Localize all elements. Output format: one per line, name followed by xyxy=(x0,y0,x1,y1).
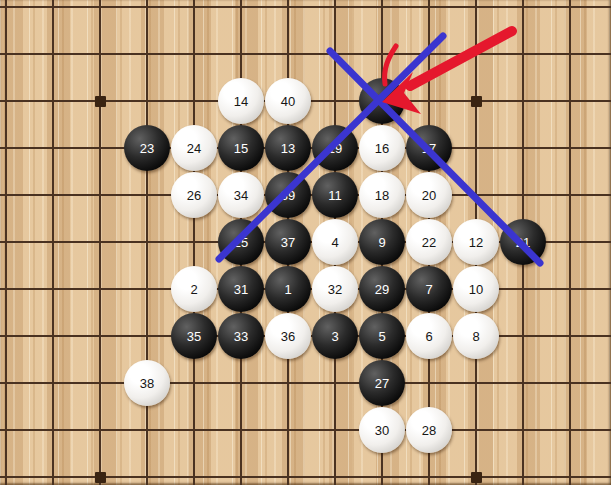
stone-move-number: 37 xyxy=(281,236,295,249)
stone-black-7[interactable]: 7 xyxy=(406,266,452,312)
stone-black-3[interactable]: 3 xyxy=(312,313,358,359)
stone-move-number: 36 xyxy=(281,330,295,343)
stone-move-number: 12 xyxy=(469,236,483,249)
stone-move-number: 27 xyxy=(375,377,389,390)
stone-black-21[interactable]: 21 xyxy=(500,219,546,265)
stone-white-14[interactable]: 14 xyxy=(218,78,264,124)
stone-move-number: 15 xyxy=(234,142,248,155)
gomoku-board[interactable]: 1440232415131916172634391118202537492212… xyxy=(0,0,611,485)
stone-white-36[interactable]: 36 xyxy=(265,313,311,359)
stone-move-number: 33 xyxy=(234,330,248,343)
stone-move-number: 6 xyxy=(425,330,432,343)
stone-move-number: 30 xyxy=(375,424,389,437)
stone-white-30[interactable]: 30 xyxy=(359,407,405,453)
stone-white-6[interactable]: 6 xyxy=(406,313,452,359)
stone-move-number: 32 xyxy=(328,283,342,296)
stone-move-number: 2 xyxy=(190,283,197,296)
stone-black-15[interactable]: 15 xyxy=(218,125,264,171)
stone-move-number: 9 xyxy=(378,236,385,249)
stone-white-4[interactable]: 4 xyxy=(312,219,358,265)
stone-move-number: 16 xyxy=(375,142,389,155)
stone-white-32[interactable]: 32 xyxy=(312,266,358,312)
stone-move-number: 24 xyxy=(187,142,201,155)
stone-white-18[interactable]: 18 xyxy=(359,172,405,218)
stone-move-number: 34 xyxy=(234,189,248,202)
stone-black-33[interactable]: 33 xyxy=(218,313,264,359)
stone-move-number: 40 xyxy=(281,95,295,108)
stone-white-34[interactable]: 34 xyxy=(218,172,264,218)
stone-black-27[interactable]: 27 xyxy=(359,360,405,406)
stone-move-number: 31 xyxy=(234,283,248,296)
stone-black-5[interactable]: 5 xyxy=(359,313,405,359)
stone-white-28[interactable]: 28 xyxy=(406,407,452,453)
stone-move-number: 1 xyxy=(284,283,291,296)
grid-hline xyxy=(0,429,611,431)
stone-black-35[interactable]: 35 xyxy=(171,313,217,359)
grid-hline xyxy=(0,6,611,8)
stone-white-20[interactable]: 20 xyxy=(406,172,452,218)
stone-move-number: 38 xyxy=(140,377,154,390)
stone-white-24[interactable]: 24 xyxy=(171,125,217,171)
grid-hline xyxy=(0,476,611,478)
stone-move-number: 13 xyxy=(281,142,295,155)
stone-white-12[interactable]: 12 xyxy=(453,219,499,265)
stone-black-unnumbered[interactable] xyxy=(359,78,405,124)
grid-hline xyxy=(0,382,611,384)
star-point xyxy=(95,472,106,483)
stone-black-31[interactable]: 31 xyxy=(218,266,264,312)
stone-white-26[interactable]: 26 xyxy=(171,172,217,218)
grid-hline xyxy=(0,53,611,55)
stone-move-number: 25 xyxy=(234,236,248,249)
stone-move-number: 3 xyxy=(331,330,338,343)
stone-white-16[interactable]: 16 xyxy=(359,125,405,171)
star-point xyxy=(471,472,482,483)
star-point xyxy=(471,96,482,107)
stone-move-number: 35 xyxy=(187,330,201,343)
stone-white-40[interactable]: 40 xyxy=(265,78,311,124)
stone-move-number: 17 xyxy=(422,142,436,155)
stone-black-11[interactable]: 11 xyxy=(312,172,358,218)
stone-move-number: 29 xyxy=(375,283,389,296)
stone-move-number: 39 xyxy=(281,189,295,202)
stone-white-38[interactable]: 38 xyxy=(124,360,170,406)
stone-white-2[interactable]: 2 xyxy=(171,266,217,312)
stone-move-number: 21 xyxy=(516,236,530,249)
stone-move-number: 10 xyxy=(469,283,483,296)
stone-black-9[interactable]: 9 xyxy=(359,219,405,265)
stone-black-25[interactable]: 25 xyxy=(218,219,264,265)
stone-move-number: 20 xyxy=(422,189,436,202)
stone-move-number: 26 xyxy=(187,189,201,202)
stone-move-number: 14 xyxy=(234,95,248,108)
stone-black-17[interactable]: 17 xyxy=(406,125,452,171)
red-arrow-shaft xyxy=(410,31,512,86)
stone-move-number: 8 xyxy=(472,330,479,343)
stone-move-number: 7 xyxy=(425,283,432,296)
stone-black-23[interactable]: 23 xyxy=(124,125,170,171)
stone-move-number: 28 xyxy=(422,424,436,437)
stone-black-39[interactable]: 39 xyxy=(265,172,311,218)
stone-move-number: 11 xyxy=(328,189,342,202)
stone-white-22[interactable]: 22 xyxy=(406,219,452,265)
stone-move-number: 19 xyxy=(328,142,342,155)
stone-black-13[interactable]: 13 xyxy=(265,125,311,171)
stone-move-number: 4 xyxy=(331,236,338,249)
stone-move-number: 23 xyxy=(140,142,154,155)
stone-white-10[interactable]: 10 xyxy=(453,266,499,312)
stone-black-19[interactable]: 19 xyxy=(312,125,358,171)
stone-black-1[interactable]: 1 xyxy=(265,266,311,312)
stone-black-37[interactable]: 37 xyxy=(265,219,311,265)
stone-move-number: 18 xyxy=(375,189,389,202)
stone-black-29[interactable]: 29 xyxy=(359,266,405,312)
stone-white-8[interactable]: 8 xyxy=(453,313,499,359)
stone-move-number: 22 xyxy=(422,236,436,249)
stone-move-number: 5 xyxy=(378,330,385,343)
star-point xyxy=(95,96,106,107)
